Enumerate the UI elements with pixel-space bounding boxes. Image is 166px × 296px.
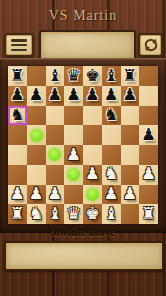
black-pawn[interactable]: ♟ [83,86,102,106]
white-pawn[interactable]: ♟ [121,185,140,205]
square-h7[interactable] [139,86,158,106]
square-d4[interactable]: ♟ [64,145,83,165]
square-d8[interactable]: ♛ [64,66,83,86]
square-c4[interactable] [46,145,65,165]
black-queen[interactable]: ♛ [64,66,83,86]
square-e2[interactable] [83,185,102,205]
black-pawn[interactable]: ♟ [8,86,27,106]
white-pawn[interactable]: ♟ [83,165,102,185]
white-pawn[interactable]: ♟ [8,185,27,205]
white-rook[interactable]: ♜ [139,204,158,224]
chess-app-screen: VS Martin ♜♝♛♚♝♜♟♟♟♟♟♟♟♞♞♟♟♟♞♟♟♟♟♟♟♜♞♝♛♚… [0,0,166,296]
square-c5[interactable] [46,125,65,145]
captured-pieces-tray-bottom [4,241,164,271]
square-d7[interactable]: ♟ [64,86,83,106]
move-hint-dot[interactable] [86,188,99,201]
square-c2[interactable]: ♟ [46,185,65,205]
white-knight[interactable]: ♞ [102,165,121,185]
move-hint-dot[interactable] [67,168,80,181]
match-title: VS Martin [0,8,166,24]
hamburger-menu-icon [11,39,27,51]
captured-pieces-tray-top [39,30,136,61]
black-pawn[interactable]: ♟ [102,86,121,106]
square-g8[interactable]: ♜ [121,66,140,86]
chess-board: ♜♝♛♚♝♜♟♟♟♟♟♟♟♞♞♟♟♟♞♟♟♟♟♟♟♜♞♝♛♚♝♜ [8,66,158,224]
square-c6[interactable] [46,106,65,126]
square-f7[interactable]: ♟ [102,86,121,106]
black-pawn[interactable]: ♟ [27,86,46,106]
black-knight[interactable]: ♞ [8,106,27,126]
white-pawn[interactable]: ♟ [46,185,65,205]
black-bishop[interactable]: ♝ [46,66,65,86]
white-bishop[interactable]: ♝ [102,204,121,224]
square-b1[interactable]: ♞ [27,204,46,224]
square-e3[interactable]: ♟ [83,165,102,185]
white-pawn[interactable]: ♟ [27,185,46,205]
square-h5[interactable]: ♟ [139,125,158,145]
black-pawn[interactable]: ♟ [46,86,65,106]
square-b2[interactable]: ♟ [27,185,46,205]
square-e7[interactable]: ♟ [83,86,102,106]
square-g6[interactable] [121,106,140,126]
black-king[interactable]: ♚ [83,66,102,86]
white-pawn[interactable]: ♟ [102,185,121,205]
white-bishop[interactable]: ♝ [46,204,65,224]
square-e5[interactable] [83,125,102,145]
square-b8[interactable] [27,66,46,86]
square-d2[interactable] [64,185,83,205]
square-a7[interactable]: ♟ [8,86,27,106]
square-c7[interactable]: ♟ [46,86,65,106]
square-h4[interactable] [139,145,158,165]
square-h1[interactable]: ♜ [139,204,158,224]
square-g1[interactable] [121,204,140,224]
white-rook[interactable]: ♜ [8,204,27,224]
chess-board-frame: ♜♝♛♚♝♜♟♟♟♟♟♟♟♞♞♟♟♟♞♟♟♟♟♟♟♜♞♝♛♚♝♜ [0,58,166,233]
square-g7[interactable]: ♟ [121,86,140,106]
square-f3[interactable]: ♞ [102,165,121,185]
black-pawn[interactable]: ♟ [121,86,140,106]
square-b3[interactable] [27,165,46,185]
black-pawn[interactable]: ♟ [139,125,158,145]
square-f6[interactable]: ♞ [102,106,121,126]
square-a1[interactable]: ♜ [8,204,27,224]
square-e6[interactable] [83,106,102,126]
square-f1[interactable]: ♝ [102,204,121,224]
square-c3[interactable] [46,165,65,185]
square-d3[interactable] [64,165,83,185]
move-hint-dot[interactable] [30,129,43,142]
square-a3[interactable] [8,165,27,185]
square-c1[interactable]: ♝ [46,204,65,224]
move-status-text: 9.white move [0,226,166,238]
square-d5[interactable] [64,125,83,145]
square-a2[interactable]: ♟ [8,185,27,205]
black-rook[interactable]: ♜ [121,66,140,86]
square-e8[interactable]: ♚ [83,66,102,86]
square-a6[interactable]: ♞ [8,106,27,126]
menu-button[interactable] [4,33,34,57]
square-h2[interactable] [139,185,158,205]
square-b7[interactable]: ♟ [27,86,46,106]
refresh-icon [142,37,159,54]
square-a8[interactable]: ♜ [8,66,27,86]
square-c8[interactable]: ♝ [46,66,65,86]
black-rook[interactable]: ♜ [8,66,27,86]
black-pawn[interactable]: ♟ [64,86,83,106]
white-queen[interactable]: ♛ [64,204,83,224]
square-f8[interactable]: ♝ [102,66,121,86]
square-b4[interactable] [27,145,46,165]
square-h6[interactable] [139,106,158,126]
square-d1[interactable]: ♛ [64,204,83,224]
square-b6[interactable] [27,106,46,126]
square-e4[interactable] [83,145,102,165]
white-king[interactable]: ♚ [83,204,102,224]
move-hint-dot[interactable] [48,148,61,161]
square-a5[interactable] [8,125,27,145]
restart-button[interactable] [138,33,163,57]
square-h8[interactable] [139,66,158,86]
square-g5[interactable] [121,125,140,145]
square-g2[interactable]: ♟ [121,185,140,205]
square-f4[interactable] [102,145,121,165]
square-g4[interactable] [121,145,140,165]
black-bishop[interactable]: ♝ [102,66,121,86]
square-a4[interactable] [8,145,27,165]
white-pawn[interactable]: ♟ [139,165,158,185]
square-f2[interactable]: ♟ [102,185,121,205]
white-pawn[interactable]: ♟ [64,145,83,165]
square-f5[interactable] [102,125,121,145]
square-e1[interactable]: ♚ [83,204,102,224]
square-d6[interactable] [64,106,83,126]
square-h3[interactable]: ♟ [139,165,158,185]
square-g3[interactable] [121,165,140,185]
black-knight[interactable]: ♞ [102,106,121,126]
square-b5[interactable] [27,125,46,145]
white-knight[interactable]: ♞ [27,204,46,224]
